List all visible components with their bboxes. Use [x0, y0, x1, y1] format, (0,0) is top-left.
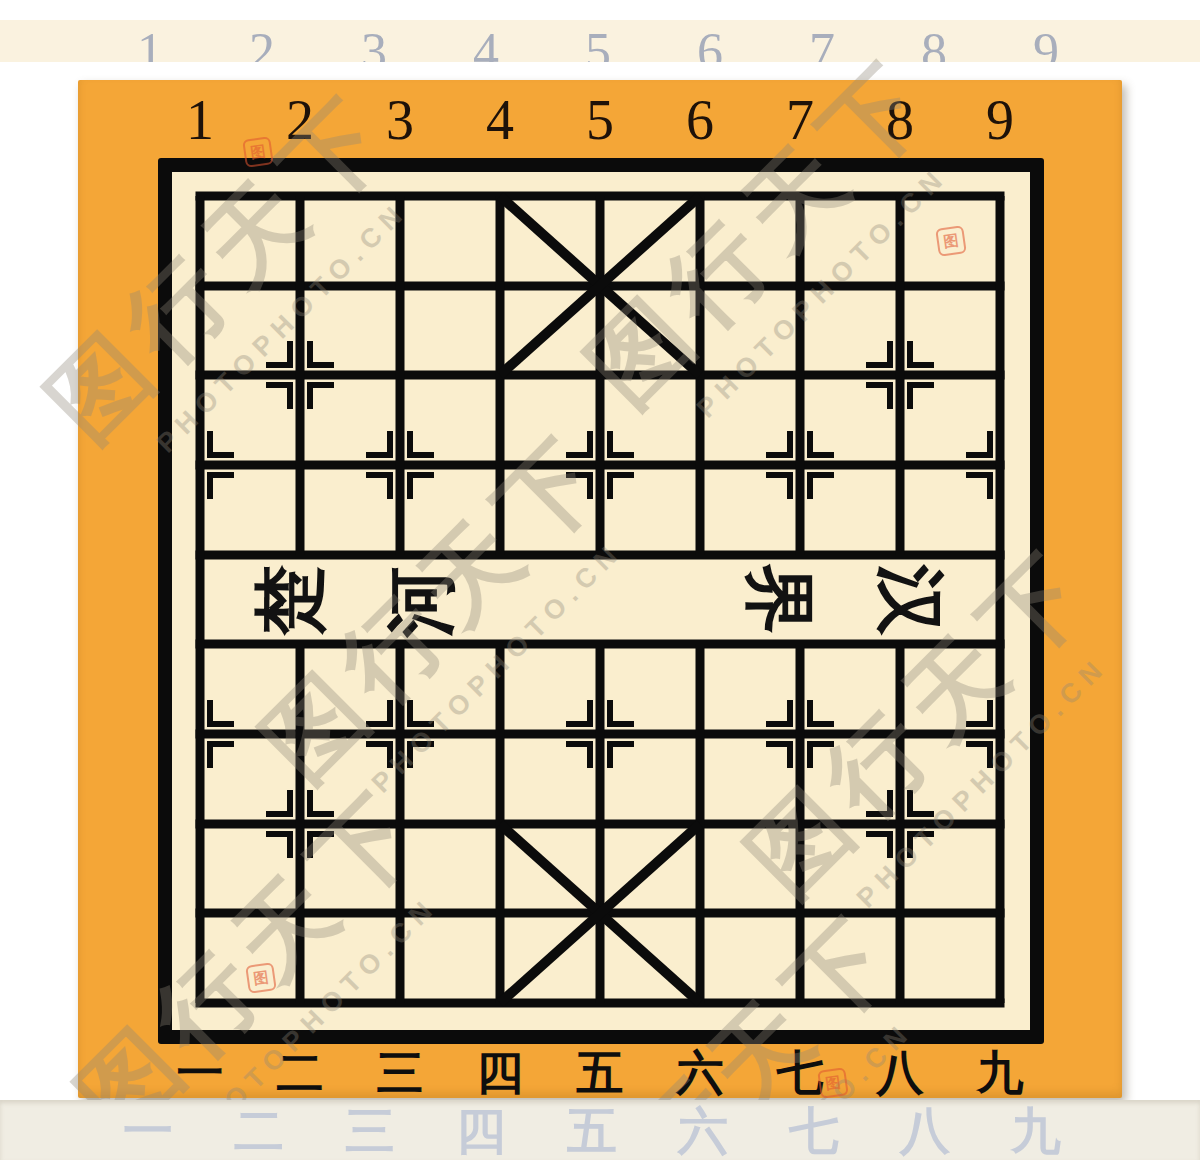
- marker-bracket: [210, 475, 234, 499]
- marker-bracket: [410, 431, 434, 455]
- file-number-top-2: 2: [250, 92, 350, 148]
- ghost-bottom-numeral-5: 五: [552, 1104, 632, 1158]
- ghost-bottom-numeral-7: 七: [774, 1104, 854, 1158]
- file-number-top-9: 9: [950, 92, 1050, 148]
- ghost-top-number-band: 123456789: [0, 20, 1200, 62]
- ghost-bottom-numeral-8: 八: [885, 1104, 965, 1158]
- file-numeral-bottom-9: 九: [950, 1048, 1050, 1098]
- river-char-he: 河: [375, 556, 467, 648]
- marker-bracket: [810, 475, 834, 499]
- river-char-han: 汉: [864, 554, 956, 646]
- ghost-bottom-numeral-3: 三: [330, 1104, 410, 1158]
- marker-bracket: [310, 790, 334, 814]
- marker-bracket: [910, 341, 934, 365]
- marker-bracket: [310, 834, 334, 858]
- ghost-top-number-2: 2: [222, 26, 302, 62]
- marker-bracket: [366, 475, 390, 499]
- marker-bracket: [210, 700, 234, 724]
- marker-bracket: [966, 431, 990, 455]
- marker-bracket: [310, 341, 334, 365]
- marker-bracket: [410, 744, 434, 768]
- ghost-top-number-8: 8: [894, 26, 974, 62]
- marker-bracket: [366, 700, 390, 724]
- file-numeral-bottom-5: 五: [550, 1048, 650, 1098]
- marker-bracket: [810, 744, 834, 768]
- marker-bracket: [266, 834, 290, 858]
- marker-bracket: [810, 700, 834, 724]
- marker-bracket: [910, 834, 934, 858]
- file-number-top-3: 3: [350, 92, 450, 148]
- marker-bracket: [810, 431, 834, 455]
- file-number-top-5: 5: [550, 92, 650, 148]
- ghost-top-number-5: 5: [558, 26, 638, 62]
- file-numeral-bottom-3: 三: [350, 1048, 450, 1098]
- marker-bracket: [566, 431, 590, 455]
- marker-bracket: [766, 475, 790, 499]
- marker-bracket: [766, 744, 790, 768]
- file-number-top-8: 8: [850, 92, 950, 148]
- marker-bracket: [210, 431, 234, 455]
- marker-bracket: [966, 744, 990, 768]
- ghost-bottom-numeral-9: 九: [996, 1104, 1076, 1158]
- marker-bracket: [566, 744, 590, 768]
- marker-bracket: [910, 385, 934, 409]
- ghost-top-number-3: 3: [334, 26, 414, 62]
- ghost-top-number-6: 6: [670, 26, 750, 62]
- marker-bracket: [266, 385, 290, 409]
- marker-bracket: [866, 385, 890, 409]
- marker-bracket: [366, 431, 390, 455]
- marker-bracket: [410, 475, 434, 499]
- marker-bracket: [866, 341, 890, 365]
- marker-bracket: [610, 431, 634, 455]
- file-numeral-bottom-8: 八: [850, 1048, 950, 1098]
- marker-bracket: [266, 790, 290, 814]
- file-numeral-bottom-1: 一: [150, 1048, 250, 1098]
- marker-bracket: [210, 744, 234, 768]
- marker-bracket: [566, 475, 590, 499]
- marker-bracket: [566, 700, 590, 724]
- ghost-top-number-1: 1: [110, 26, 190, 62]
- marker-bracket: [766, 700, 790, 724]
- marker-bracket: [610, 744, 634, 768]
- marker-bracket: [310, 385, 334, 409]
- file-number-top-7: 7: [750, 92, 850, 148]
- marker-bracket: [366, 744, 390, 768]
- marker-bracket: [866, 790, 890, 814]
- file-numeral-bottom-6: 六: [650, 1048, 750, 1098]
- river-char-chu: 楚: [244, 554, 336, 646]
- marker-bracket: [910, 790, 934, 814]
- marker-bracket: [966, 700, 990, 724]
- marker-bracket: [266, 341, 290, 365]
- ghost-bottom-numeral-6: 六: [663, 1104, 743, 1158]
- marker-bracket: [966, 475, 990, 499]
- river-char-jie: 界: [733, 553, 825, 645]
- ghost-bottom-numeral-band: 一二三四五六七八九: [0, 1100, 1200, 1160]
- file-number-top-4: 4: [450, 92, 550, 148]
- file-number-top-6: 6: [650, 92, 750, 148]
- marker-bracket: [410, 700, 434, 724]
- ghost-top-number-9: 9: [1006, 26, 1086, 62]
- marker-bracket: [610, 475, 634, 499]
- ghost-top-number-4: 4: [446, 26, 526, 62]
- file-numeral-bottom-2: 二: [250, 1048, 350, 1098]
- file-number-top-1: 1: [150, 92, 250, 148]
- file-numeral-bottom-7: 七: [750, 1048, 850, 1098]
- marker-bracket: [766, 431, 790, 455]
- file-numeral-bottom-4: 四: [450, 1048, 550, 1098]
- ghost-top-number-7: 7: [782, 26, 862, 62]
- ghost-bottom-numeral-2: 二: [219, 1104, 299, 1158]
- marker-bracket: [866, 834, 890, 858]
- ghost-bottom-numeral-1: 一: [108, 1104, 188, 1158]
- marker-bracket: [610, 700, 634, 724]
- stock-photo-preview: 123456789 123456789: [0, 0, 1200, 1160]
- ghost-bottom-numeral-4: 四: [441, 1104, 521, 1158]
